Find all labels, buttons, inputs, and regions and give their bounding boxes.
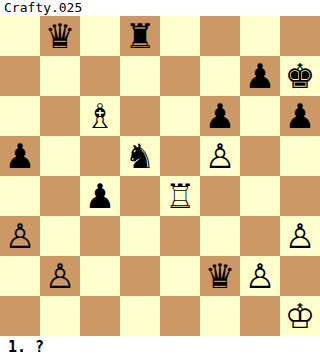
- piece-black-pawn: ♟: [5, 136, 35, 176]
- square-f8[interactable]: [200, 16, 240, 56]
- square-b4[interactable]: [40, 176, 80, 216]
- square-f1[interactable]: [200, 296, 240, 336]
- piece-white-rook: ♖: [165, 176, 195, 216]
- square-c7[interactable]: [80, 56, 120, 96]
- square-b5[interactable]: [40, 136, 80, 176]
- square-g7[interactable]: ♟: [240, 56, 280, 96]
- square-g2[interactable]: ♙: [240, 256, 280, 296]
- square-g1[interactable]: [240, 296, 280, 336]
- square-e6[interactable]: [160, 96, 200, 136]
- square-b6[interactable]: [40, 96, 80, 136]
- square-a4[interactable]: [0, 176, 40, 216]
- piece-white-bishop: ♗: [85, 96, 115, 136]
- square-f5[interactable]: ♙: [200, 136, 240, 176]
- square-a7[interactable]: [0, 56, 40, 96]
- square-b8[interactable]: ♛: [40, 16, 80, 56]
- square-b1[interactable]: [40, 296, 80, 336]
- square-h5[interactable]: [280, 136, 320, 176]
- square-d7[interactable]: [120, 56, 160, 96]
- square-c5[interactable]: [80, 136, 120, 176]
- square-d2[interactable]: [120, 256, 160, 296]
- piece-black-king: ♚: [285, 56, 315, 96]
- square-c3[interactable]: [80, 216, 120, 256]
- square-a6[interactable]: [0, 96, 40, 136]
- square-g3[interactable]: [240, 216, 280, 256]
- square-h4[interactable]: [280, 176, 320, 216]
- square-g4[interactable]: [240, 176, 280, 216]
- chess-board: ♛♜♟♚♗♟♟♟♞♙♟♖♙♙♙♛♙♔: [0, 16, 320, 336]
- piece-white-pawn: ♙: [205, 136, 235, 176]
- square-e4[interactable]: ♖: [160, 176, 200, 216]
- crafty-window: Crafty.025 ♛♜♟♚♗♟♟♟♞♙♟♖♙♙♙♛♙♔ 1. ?: [0, 0, 320, 360]
- window-title: Crafty.025: [0, 0, 320, 16]
- square-c1[interactable]: [80, 296, 120, 336]
- square-f7[interactable]: [200, 56, 240, 96]
- piece-black-pawn: ♟: [85, 176, 115, 216]
- piece-white-pawn: ♙: [5, 216, 35, 256]
- square-c4[interactable]: ♟: [80, 176, 120, 216]
- square-g5[interactable]: [240, 136, 280, 176]
- square-c8[interactable]: [80, 16, 120, 56]
- square-e8[interactable]: [160, 16, 200, 56]
- square-c6[interactable]: ♗: [80, 96, 120, 136]
- piece-black-pawn: ♟: [205, 96, 235, 136]
- square-d6[interactable]: [120, 96, 160, 136]
- square-e2[interactable]: [160, 256, 200, 296]
- piece-white-king: ♔: [285, 296, 315, 336]
- square-c2[interactable]: [80, 256, 120, 296]
- square-g6[interactable]: [240, 96, 280, 136]
- square-e7[interactable]: [160, 56, 200, 96]
- move-prompt: 1. ?: [0, 336, 320, 360]
- square-h8[interactable]: [280, 16, 320, 56]
- square-g8[interactable]: [240, 16, 280, 56]
- square-d5[interactable]: ♞: [120, 136, 160, 176]
- square-f4[interactable]: [200, 176, 240, 216]
- square-a2[interactable]: [0, 256, 40, 296]
- square-h6[interactable]: ♟: [280, 96, 320, 136]
- square-a8[interactable]: [0, 16, 40, 56]
- square-f2[interactable]: ♛: [200, 256, 240, 296]
- square-e1[interactable]: [160, 296, 200, 336]
- square-d1[interactable]: [120, 296, 160, 336]
- square-d4[interactable]: [120, 176, 160, 216]
- piece-white-pawn: ♙: [45, 256, 75, 296]
- piece-black-rook: ♜: [125, 16, 155, 56]
- piece-white-pawn: ♙: [285, 216, 315, 256]
- square-b7[interactable]: [40, 56, 80, 96]
- square-d8[interactable]: ♜: [120, 16, 160, 56]
- square-h1[interactable]: ♔: [280, 296, 320, 336]
- square-h2[interactable]: [280, 256, 320, 296]
- square-d3[interactable]: [120, 216, 160, 256]
- square-e3[interactable]: [160, 216, 200, 256]
- square-b3[interactable]: [40, 216, 80, 256]
- square-b2[interactable]: ♙: [40, 256, 80, 296]
- piece-black-queen: ♛: [45, 16, 75, 56]
- piece-black-pawn: ♟: [285, 96, 315, 136]
- square-e5[interactable]: [160, 136, 200, 176]
- square-h7[interactable]: ♚: [280, 56, 320, 96]
- square-f6[interactable]: ♟: [200, 96, 240, 136]
- piece-black-pawn: ♟: [245, 56, 275, 96]
- piece-black-queen: ♛: [205, 256, 235, 296]
- square-a5[interactable]: ♟: [0, 136, 40, 176]
- square-f3[interactable]: [200, 216, 240, 256]
- square-a3[interactable]: ♙: [0, 216, 40, 256]
- square-a1[interactable]: [0, 296, 40, 336]
- square-h3[interactable]: ♙: [280, 216, 320, 256]
- piece-black-knight: ♞: [125, 136, 155, 176]
- piece-white-pawn: ♙: [245, 256, 275, 296]
